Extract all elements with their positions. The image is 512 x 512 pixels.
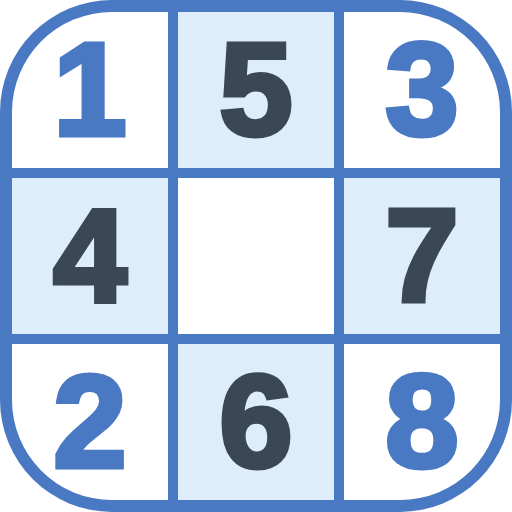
cell-r3c2[interactable]: 6 [178, 344, 334, 500]
sudoku-app-icon: 1 5 3 4 7 2 6 8 [0, 0, 512, 512]
cell-r2c3[interactable]: 7 [344, 178, 500, 334]
sudoku-grid: 1 5 3 4 7 2 6 8 [12, 12, 500, 500]
cell-r2c1[interactable]: 4 [12, 178, 168, 334]
cell-r1c2[interactable]: 5 [178, 12, 334, 168]
cell-r2c2-empty[interactable] [178, 178, 334, 334]
